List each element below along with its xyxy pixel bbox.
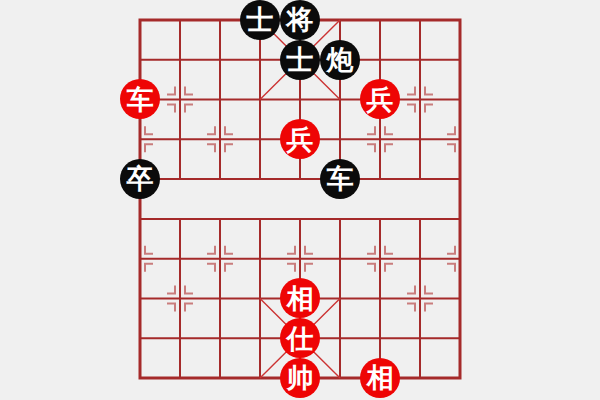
piece-layer: 士将士炮车兵兵卒车相仕帅相	[120, 0, 480, 398]
piece-black-advisor-1[interactable]: 士	[240, 0, 280, 40]
piece-red-general[interactable]: 帅	[280, 358, 320, 398]
piece-red-elephant-2[interactable]: 相	[360, 358, 400, 398]
piece-black-cannon[interactable]: 炮	[320, 40, 360, 80]
piece-red-elephant-1[interactable]: 相	[280, 278, 320, 318]
piece-black-advisor-2[interactable]: 士	[280, 40, 320, 80]
piece-red-soldier-1[interactable]: 兵	[360, 79, 400, 119]
piece-black-soldier[interactable]: 卒	[120, 159, 160, 199]
piece-black-chariot[interactable]: 车	[320, 159, 360, 199]
piece-red-chariot[interactable]: 车	[120, 79, 160, 119]
piece-black-general[interactable]: 将	[280, 0, 320, 40]
piece-red-advisor[interactable]: 仕	[280, 318, 320, 358]
xiangqi-board: 士将士炮车兵兵卒车相仕帅相	[0, 0, 600, 400]
piece-red-soldier-2[interactable]: 兵	[280, 119, 320, 159]
